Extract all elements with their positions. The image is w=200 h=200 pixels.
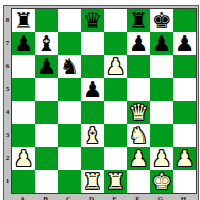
piece-wb: ♝ xyxy=(83,124,103,147)
square-g5[interactable] xyxy=(150,78,173,101)
square-d1[interactable]: ♜ xyxy=(81,170,104,193)
square-e8[interactable] xyxy=(104,9,127,32)
piece-wp: ♟ xyxy=(175,147,195,170)
square-c1[interactable] xyxy=(58,170,81,193)
piece-bk: ♚ xyxy=(152,9,172,32)
square-c3[interactable] xyxy=(58,124,81,147)
square-e4[interactable] xyxy=(104,101,127,124)
square-h6[interactable] xyxy=(173,55,196,78)
square-a4[interactable] xyxy=(12,101,35,124)
square-h2[interactable]: ♟ xyxy=(173,147,196,170)
square-g8[interactable]: ♚ xyxy=(150,9,173,32)
piece-wn: ♞ xyxy=(129,124,149,147)
file-label-f: F xyxy=(126,195,149,200)
square-c2[interactable] xyxy=(58,147,81,170)
rank-label-6: 6 xyxy=(4,54,11,77)
square-a5[interactable] xyxy=(12,78,35,101)
piece-bn: ♞ xyxy=(60,55,80,78)
square-e7[interactable] xyxy=(104,32,127,55)
square-a1[interactable] xyxy=(12,170,35,193)
square-b2[interactable] xyxy=(35,147,58,170)
square-b7[interactable]: ♝ xyxy=(35,32,58,55)
file-label-a: A xyxy=(11,195,34,200)
piece-bp: ♟ xyxy=(83,78,103,101)
square-b1[interactable] xyxy=(35,170,58,193)
file-label-b: B xyxy=(34,195,57,200)
square-c4[interactable] xyxy=(58,101,81,124)
square-f5[interactable] xyxy=(127,78,150,101)
square-d7[interactable] xyxy=(81,32,104,55)
square-c7[interactable] xyxy=(58,32,81,55)
piece-bp: ♟ xyxy=(175,32,195,55)
piece-bb: ♝ xyxy=(37,32,57,55)
piece-bp: ♟ xyxy=(14,32,34,55)
piece-bq: ♛ xyxy=(83,9,103,32)
chess-board-window: 8 7 6 5 4 3 2 1 ♜♛♜♚♟♝♟♟♟♟♞♟♟♛♝♞♟♟♟♟♜♜♚ … xyxy=(0,0,200,200)
square-e6[interactable]: ♟ xyxy=(104,55,127,78)
square-e5[interactable] xyxy=(104,78,127,101)
file-label-d: D xyxy=(80,195,103,200)
piece-wq: ♛ xyxy=(129,101,149,124)
square-h5[interactable] xyxy=(173,78,196,101)
square-f4[interactable]: ♛ xyxy=(127,101,150,124)
square-b6[interactable]: ♟ xyxy=(35,55,58,78)
square-h8[interactable] xyxy=(173,9,196,32)
square-h7[interactable]: ♟ xyxy=(173,32,196,55)
square-f6[interactable] xyxy=(127,55,150,78)
square-f7[interactable]: ♟ xyxy=(127,32,150,55)
file-label-h: H xyxy=(172,195,195,200)
square-b5[interactable] xyxy=(35,78,58,101)
square-f8[interactable]: ♜ xyxy=(127,9,150,32)
rank-label-5: 5 xyxy=(4,77,11,100)
square-f1[interactable] xyxy=(127,170,150,193)
square-a7[interactable]: ♟ xyxy=(12,32,35,55)
piece-bp: ♟ xyxy=(37,55,57,78)
file-label-e: E xyxy=(103,195,126,200)
board-frame: 8 7 6 5 4 3 2 1 ♜♛♜♚♟♝♟♟♟♟♞♟♟♛♝♞♟♟♟♟♜♜♚ … xyxy=(3,5,199,200)
piece-wp: ♟ xyxy=(106,55,126,78)
file-label-c: C xyxy=(57,195,80,200)
piece-bp: ♟ xyxy=(152,32,172,55)
square-e1[interactable]: ♜ xyxy=(104,170,127,193)
square-c6[interactable]: ♞ xyxy=(58,55,81,78)
piece-br: ♜ xyxy=(129,9,149,32)
square-b4[interactable] xyxy=(35,101,58,124)
square-d2[interactable] xyxy=(81,147,104,170)
square-d5[interactable]: ♟ xyxy=(81,78,104,101)
piece-wp: ♟ xyxy=(129,147,149,170)
piece-wp: ♟ xyxy=(14,147,34,170)
square-g7[interactable]: ♟ xyxy=(150,32,173,55)
square-d8[interactable]: ♛ xyxy=(81,9,104,32)
square-d3[interactable]: ♝ xyxy=(81,124,104,147)
rank-label-1: 1 xyxy=(4,169,11,192)
square-c8[interactable] xyxy=(58,9,81,32)
square-b8[interactable] xyxy=(35,9,58,32)
rank-label-4: 4 xyxy=(4,100,11,123)
rank-labels: 8 7 6 5 4 3 2 1 xyxy=(4,8,11,192)
square-a3[interactable] xyxy=(12,124,35,147)
square-a8[interactable]: ♜ xyxy=(12,9,35,32)
piece-wr: ♜ xyxy=(83,170,103,193)
file-label-g: G xyxy=(149,195,172,200)
square-h4[interactable] xyxy=(173,101,196,124)
piece-wr: ♜ xyxy=(106,170,126,193)
piece-bp: ♟ xyxy=(129,32,149,55)
square-e3[interactable] xyxy=(104,124,127,147)
square-c5[interactable] xyxy=(58,78,81,101)
rank-label-3: 3 xyxy=(4,123,11,146)
square-h3[interactable] xyxy=(173,124,196,147)
square-g4[interactable] xyxy=(150,101,173,124)
piece-wp: ♟ xyxy=(152,147,172,170)
square-a6[interactable] xyxy=(12,55,35,78)
square-f3[interactable]: ♞ xyxy=(127,124,150,147)
file-labels: A B C D E F G H xyxy=(11,195,195,200)
square-g3[interactable] xyxy=(150,124,173,147)
square-g2[interactable]: ♟ xyxy=(150,147,173,170)
rank-label-7: 7 xyxy=(4,31,11,54)
square-d6[interactable] xyxy=(81,55,104,78)
chess-board: ♜♛♜♚♟♝♟♟♟♟♞♟♟♛♝♞♟♟♟♟♜♜♚ xyxy=(11,8,197,194)
square-b3[interactable] xyxy=(35,124,58,147)
rank-label-8: 8 xyxy=(4,8,11,31)
square-a2[interactable]: ♟ xyxy=(12,147,35,170)
square-h1[interactable] xyxy=(173,170,196,193)
square-g1[interactable]: ♚ xyxy=(150,170,173,193)
square-e2[interactable] xyxy=(104,147,127,170)
square-f2[interactable]: ♟ xyxy=(127,147,150,170)
piece-wk: ♚ xyxy=(152,170,172,193)
square-g6[interactable] xyxy=(150,55,173,78)
rank-label-2: 2 xyxy=(4,146,11,169)
square-d4[interactable] xyxy=(81,101,104,124)
piece-br: ♜ xyxy=(14,9,34,32)
